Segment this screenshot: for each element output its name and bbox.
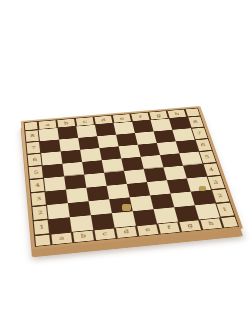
board-scene: aa88bb77cc66dd55ee44ff33gg22hh11 ♜♞♝♛♚♝♞… (26, 73, 222, 269)
chess-board: aa88bb77cc66dd55ee44ff33gg22hh11 ♜♞♝♛♚♝♞… (21, 106, 243, 250)
hinge-pin (199, 186, 206, 191)
pawn-cream-disc (66, 131, 74, 139)
pieces-layer: ♜♞♝♛♚♝♞♜♟♟♟♟♟♟♟♟♟♟♟♟♟♟♟♟♜♞♝♛♚♝♞♜ (21, 106, 243, 250)
pawn-cream-disc (86, 130, 94, 138)
rook-glyph: ♜ (42, 205, 79, 232)
pawn-cream-disc (47, 133, 55, 141)
product-photo[interactable]: aa88bb77cc66dd55ee44ff33gg22hh11 ♜♞♝♛♚♝♞… (0, 0, 250, 311)
latch-clasp (122, 204, 131, 211)
pawn-cream-disc (105, 128, 113, 136)
